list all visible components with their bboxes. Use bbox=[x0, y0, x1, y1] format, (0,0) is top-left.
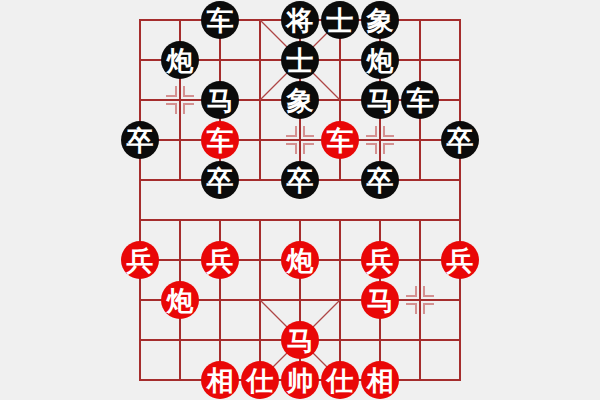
red-chariot[interactable]: 车 bbox=[321, 121, 359, 159]
black-cannon[interactable]: 炮 bbox=[161, 41, 199, 79]
red-horse[interactable]: 马 bbox=[281, 321, 319, 359]
black-chariot[interactable]: 车 bbox=[201, 1, 239, 39]
xiangqi-board: 车将士象炮士炮马象马车卒卒卒卒卒车车兵兵炮兵兵炮马马相仕帅仕相 bbox=[0, 0, 600, 400]
black-soldier[interactable]: 卒 bbox=[121, 121, 159, 159]
red-cannon[interactable]: 炮 bbox=[281, 241, 319, 279]
black-general[interactable]: 将 bbox=[281, 1, 319, 39]
black-soldier[interactable]: 卒 bbox=[441, 121, 479, 159]
red-cannon[interactable]: 炮 bbox=[161, 281, 199, 319]
board-pieces: 车将士象炮士炮马象马车卒卒卒卒卒车车兵兵炮兵兵炮马马相仕帅仕相 bbox=[120, 0, 480, 400]
black-soldier[interactable]: 卒 bbox=[281, 161, 319, 199]
red-soldier[interactable]: 兵 bbox=[361, 241, 399, 279]
red-chariot[interactable]: 车 bbox=[201, 121, 239, 159]
red-elephant[interactable]: 相 bbox=[201, 361, 239, 399]
red-soldier[interactable]: 兵 bbox=[121, 241, 159, 279]
red-soldier[interactable]: 兵 bbox=[441, 241, 479, 279]
black-soldier[interactable]: 卒 bbox=[201, 161, 239, 199]
black-soldier[interactable]: 卒 bbox=[361, 161, 399, 199]
red-elephant[interactable]: 相 bbox=[361, 361, 399, 399]
black-elephant[interactable]: 象 bbox=[281, 81, 319, 119]
red-advisor[interactable]: 仕 bbox=[241, 361, 279, 399]
red-soldier[interactable]: 兵 bbox=[201, 241, 239, 279]
black-elephant[interactable]: 象 bbox=[361, 1, 399, 39]
black-chariot[interactable]: 车 bbox=[401, 81, 439, 119]
black-horse[interactable]: 马 bbox=[361, 81, 399, 119]
red-general[interactable]: 帅 bbox=[281, 361, 319, 399]
black-cannon[interactable]: 炮 bbox=[361, 41, 399, 79]
black-advisor[interactable]: 士 bbox=[321, 1, 359, 39]
black-advisor[interactable]: 士 bbox=[281, 41, 319, 79]
red-horse[interactable]: 马 bbox=[361, 281, 399, 319]
black-horse[interactable]: 马 bbox=[201, 81, 239, 119]
red-advisor[interactable]: 仕 bbox=[321, 361, 359, 399]
